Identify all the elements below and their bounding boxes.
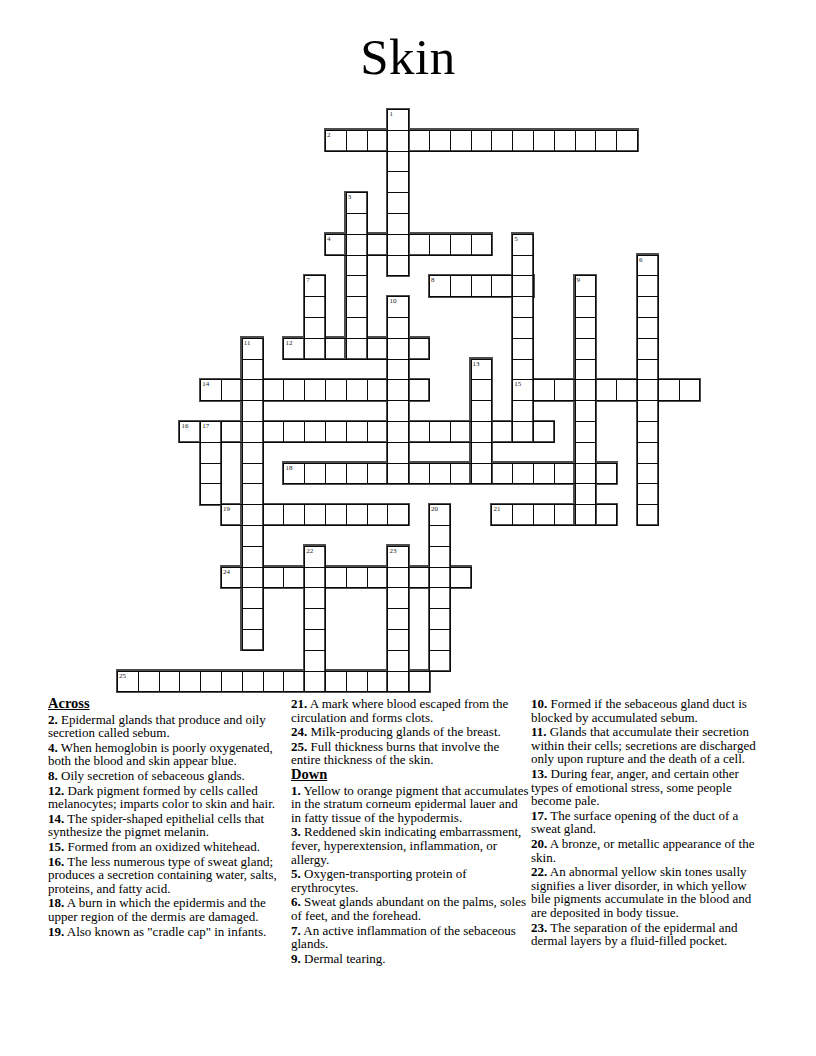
clue-down-10: 10. Formed if the sebaceous gland duct i… (531, 697, 769, 724)
grid-cell-13-26[interactable] (658, 379, 680, 401)
grid-cell-24-15[interactable] (429, 608, 451, 630)
grid-cell-13-17[interactable] (471, 379, 493, 401)
cell-number-21: 21 (493, 506, 500, 513)
grid-cell-22-15[interactable] (429, 567, 451, 589)
grid-cell-20-6[interactable] (242, 525, 264, 547)
grid-cell-19-12[interactable] (367, 504, 389, 526)
cell-number-8: 8 (431, 277, 435, 284)
clue-number: 2. (48, 712, 58, 727)
grid-cell-17-13[interactable] (387, 463, 409, 485)
grid-cell-17-22[interactable] (575, 463, 597, 485)
grid-cell-19-11[interactable] (346, 504, 368, 526)
grid-cell-7-19[interactable] (512, 255, 534, 277)
grid-cell-14-13[interactable] (387, 400, 409, 422)
grid-cell-9-19[interactable] (512, 296, 534, 318)
cell-number-3: 3 (348, 194, 352, 201)
cell-number-13: 13 (473, 361, 480, 368)
grid-cell-17-20[interactable] (533, 463, 555, 485)
grid-cell-27-12[interactable] (367, 671, 389, 693)
clue-number: 5. (291, 866, 301, 881)
grid-cell-22-16[interactable] (450, 567, 472, 589)
grid-cell-2-13[interactable] (387, 151, 409, 173)
grid-cell-15-11[interactable] (346, 421, 368, 443)
grid-cell-12-19[interactable] (512, 359, 534, 381)
grid-cell-27-2[interactable] (159, 671, 181, 693)
cell-number-10: 10 (389, 298, 396, 305)
grid-cell-17-16[interactable] (450, 463, 472, 485)
grid-cell-15-20[interactable] (533, 421, 555, 443)
grid-cell-14-25[interactable] (637, 400, 659, 422)
clue-down-20: 20. A bronze, or metallic appearance of … (531, 837, 769, 864)
cell-number-5: 5 (514, 236, 518, 243)
grid-cell-8-25[interactable] (637, 275, 659, 297)
grid-cell-16-17[interactable] (471, 442, 493, 464)
clue-across-19: 19. Also known as "cradle cap" in infant… (48, 925, 286, 939)
grid-cell-19-6[interactable] (242, 504, 264, 526)
grid-cell-7-13[interactable] (387, 255, 409, 277)
across-heading: Across (48, 697, 286, 711)
grid-cell-27-3[interactable] (179, 671, 201, 693)
grid-cell-27-6[interactable] (242, 671, 264, 693)
grid-cell-19-13[interactable] (387, 504, 409, 526)
grid-cell-15-10[interactable] (325, 421, 347, 443)
clue-column-1: Across2. Epidermal glands that produce a… (48, 697, 286, 939)
grid-cell-8-11[interactable] (346, 275, 368, 297)
cell-number-1: 1 (389, 111, 393, 118)
grid-cell-19-8[interactable] (283, 504, 305, 526)
grid-cell-17-4[interactable] (200, 463, 222, 485)
cell-number-15: 15 (514, 381, 521, 388)
cell-number-23: 23 (389, 548, 396, 555)
down-heading: Down (291, 768, 529, 782)
clue-number: 8. (48, 768, 58, 783)
grid-cell-22-7[interactable] (263, 567, 285, 589)
grid-cell-3-13[interactable] (387, 171, 409, 193)
grid-cell-14-19[interactable] (512, 400, 534, 422)
grid-cell-22-14[interactable] (408, 567, 430, 589)
grid-cell-15-12[interactable] (367, 421, 389, 443)
clue-number: 25. (291, 739, 307, 754)
grid-cell-15-14[interactable] (408, 421, 430, 443)
clue-down-22: 22. An abnormal yellow skin tones usally… (531, 865, 769, 919)
clue-across-18: 18. A burn in which the epidermis and th… (48, 896, 286, 923)
grid-cell-13-9[interactable] (304, 379, 326, 401)
clue-number: 22. (531, 864, 547, 879)
clue-number: 21. (291, 696, 307, 711)
grid-cell-23-13[interactable] (387, 587, 409, 609)
grid-cell-1-21[interactable] (554, 130, 576, 152)
grid-cell-11-25[interactable] (637, 338, 659, 360)
clue-across-15: 15. Formed from an oxidized whitehead. (48, 840, 286, 854)
grid-cell-27-13[interactable] (387, 671, 409, 693)
grid-cell-13-23[interactable] (595, 379, 617, 401)
grid-cell-10-25[interactable] (637, 317, 659, 339)
grid-cell-6-17[interactable] (471, 234, 493, 256)
clue-down-9: 9. Dermal tearing. (291, 952, 529, 966)
cell-number-16: 16 (181, 423, 188, 430)
grid-cell-27-4[interactable] (200, 671, 222, 693)
grid-cell-17-6[interactable] (242, 463, 264, 485)
cell-number-17: 17 (202, 423, 209, 430)
grid-cell-8-19[interactable] (512, 275, 534, 297)
clue-number: 19. (48, 924, 64, 939)
clue-number: 4. (48, 740, 58, 755)
grid-cell-19-22[interactable] (575, 504, 597, 526)
grid-cell-15-22[interactable] (575, 421, 597, 443)
grid-cell-6-16[interactable] (450, 234, 472, 256)
clue-across-2: 2. Epidermal glands that produce and oil… (48, 713, 286, 740)
grid-cell-11-9[interactable] (304, 338, 326, 360)
cell-number-20: 20 (431, 506, 438, 513)
grid-cell-1-17[interactable] (471, 130, 493, 152)
clue-down-13: 13. During fear, anger, and certain othe… (531, 767, 769, 808)
grid-cell-25-15[interactable] (429, 629, 451, 651)
grid-cell-6-14[interactable] (408, 234, 430, 256)
clue-number: 13. (531, 766, 547, 781)
grid-cell-25-9[interactable] (304, 629, 326, 651)
grid-cell-18-25[interactable] (637, 483, 659, 505)
grid-cell-23-6[interactable] (242, 587, 264, 609)
grid-cell-15-7[interactable] (263, 421, 285, 443)
grid-cell-15-13[interactable] (387, 421, 409, 443)
grid-cell-17-14[interactable] (408, 463, 430, 485)
grid-cell-17-21[interactable] (554, 463, 576, 485)
grid-cell-26-9[interactable] (304, 650, 326, 672)
grid-cell-22-11[interactable] (346, 567, 368, 589)
grid-cell-17-9[interactable] (304, 463, 326, 485)
cell-number-4: 4 (327, 236, 331, 243)
clue-number: 24. (291, 724, 307, 739)
grid-cell-1-16[interactable] (450, 130, 472, 152)
grid-cell-5-13[interactable] (387, 213, 409, 235)
grid-cell-9-9[interactable] (304, 296, 326, 318)
grid-cell-13-8[interactable] (283, 379, 305, 401)
cell-number-11: 11 (244, 340, 251, 347)
grid-cell-13-10[interactable] (325, 379, 347, 401)
grid-cell-17-23[interactable] (595, 463, 617, 485)
grid-cell-22-6[interactable] (242, 567, 264, 589)
grid-cell-27-11[interactable] (346, 671, 368, 693)
grid-cell-24-9[interactable] (304, 608, 326, 630)
grid-cell-11-14[interactable] (408, 338, 430, 360)
clue-down-5: 5. Oxygen-transporting protein of erythr… (291, 867, 529, 894)
grid-cell-14-22[interactable] (575, 400, 597, 422)
clue-down-1: 1. Yellow to orange pigment that accumul… (291, 784, 529, 825)
grid-cell-11-11[interactable] (346, 338, 368, 360)
grid-cell-13-6[interactable] (242, 379, 264, 401)
grid-cell-12-22[interactable] (575, 359, 597, 381)
grid-cell-11-10[interactable] (325, 338, 347, 360)
grid-cell-23-15[interactable] (429, 587, 451, 609)
grid-cell-25-6[interactable] (242, 629, 264, 651)
grid-cell-13-11[interactable] (346, 379, 368, 401)
grid-cell-11-22[interactable] (575, 338, 597, 360)
clue-down-11: 11. Glands that accumulate their secreti… (531, 725, 769, 766)
grid-cell-12-25[interactable] (637, 359, 659, 381)
grid-cell-8-18[interactable] (491, 275, 513, 297)
clue-across-21: 21. A mark where blood escaped from the … (291, 697, 529, 724)
grid-cell-16-4[interactable] (200, 442, 222, 464)
puzzle-title: Skin (0, 28, 816, 86)
grid-cell-10-11[interactable] (346, 317, 368, 339)
grid-cell-22-13[interactable] (387, 567, 409, 589)
grid-cell-1-14[interactable] (408, 130, 430, 152)
cell-number-14: 14 (202, 381, 209, 388)
grid-cell-25-13[interactable] (387, 629, 409, 651)
cell-number-9: 9 (577, 277, 581, 284)
grid-cell-5-11[interactable] (346, 213, 368, 235)
cell-number-6: 6 (639, 257, 643, 264)
grid-cell-19-25[interactable] (637, 504, 659, 526)
clue-number: 15. (48, 839, 64, 854)
grid-cell-10-22[interactable] (575, 317, 597, 339)
grid-cell-15-9[interactable] (304, 421, 326, 443)
grid-cell-13-13[interactable] (387, 379, 409, 401)
grid-cell-10-13[interactable] (387, 317, 409, 339)
grid-cell-6-13[interactable] (387, 234, 409, 256)
clue-across-12: 12. Dark pigment formed by cells called … (48, 784, 286, 811)
grid-cell-16-22[interactable] (575, 442, 597, 464)
grid-cell-15-16[interactable] (450, 421, 472, 443)
grid-cell-27-14[interactable] (408, 671, 430, 693)
grid-cell-9-22[interactable] (575, 296, 597, 318)
clue-across-4: 4. When hemoglobin is poorly oxygenated,… (48, 741, 286, 768)
grid-cell-1-23[interactable] (595, 130, 617, 152)
grid-cell-15-25[interactable] (637, 421, 659, 443)
grid-cell-19-19[interactable] (512, 504, 534, 526)
grid-cell-23-9[interactable] (304, 587, 326, 609)
grid-cell-10-19[interactable] (512, 317, 534, 339)
grid-cell-10-9[interactable] (304, 317, 326, 339)
grid-cell-18-6[interactable] (242, 483, 264, 505)
grid-cell-19-9[interactable] (304, 504, 326, 526)
grid-cell-27-1[interactable] (138, 671, 160, 693)
worksheet-page: Skin 12345678910111213141516171819202122… (0, 0, 816, 1056)
grid-cell-6-11[interactable] (346, 234, 368, 256)
cell-number-18: 18 (285, 465, 292, 472)
grid-cell-15-8[interactable] (283, 421, 305, 443)
grid-cell-13-14[interactable] (408, 379, 430, 401)
grid-cell-1-13[interactable] (387, 130, 409, 152)
clue-number: 20. (531, 836, 547, 851)
grid-cell-24-6[interactable] (242, 608, 264, 630)
clue-column-3: 10. Formed if the sebaceous gland duct i… (531, 697, 769, 949)
grid-cell-13-7[interactable] (263, 379, 285, 401)
clue-number: 23. (531, 920, 547, 935)
grid-cell-1-22[interactable] (575, 130, 597, 152)
cell-number-25: 25 (119, 673, 126, 680)
clue-down-3: 3. Reddened skin indicating embarrassmen… (291, 825, 529, 866)
clue-number: 14. (48, 811, 64, 826)
grid-cell-16-25[interactable] (637, 442, 659, 464)
grid-cell-17-11[interactable] (346, 463, 368, 485)
grid-cell-8-17[interactable] (471, 275, 493, 297)
cell-number-2: 2 (327, 132, 331, 139)
grid-cell-15-5[interactable] (221, 421, 243, 443)
grid-cell-13-12[interactable] (367, 379, 389, 401)
grid-cell-1-11[interactable] (346, 130, 368, 152)
grid-cell-13-27[interactable] (679, 379, 701, 401)
grid-cell-15-15[interactable] (429, 421, 451, 443)
grid-cell-21-15[interactable] (429, 546, 451, 568)
grid-cell-15-17[interactable] (471, 421, 493, 443)
grid-cell-16-6[interactable] (242, 442, 264, 464)
grid-cell-1-19[interactable] (512, 130, 534, 152)
grid-cell-27-10[interactable] (325, 671, 347, 693)
grid-cell-17-25[interactable] (637, 463, 659, 485)
clue-number: 3. (291, 824, 301, 839)
grid-cell-22-9[interactable] (304, 567, 326, 589)
cell-number-19: 19 (223, 506, 230, 513)
grid-cell-17-15[interactable] (429, 463, 451, 485)
grid-cell-19-20[interactable] (533, 504, 555, 526)
grid-cell-15-18[interactable] (491, 421, 513, 443)
clue-number: 12. (48, 783, 64, 798)
clue-down-6: 6. Sweat glands abundant on the palms, s… (291, 895, 529, 922)
grid-cell-17-18[interactable] (491, 463, 513, 485)
clue-across-8: 8. Oily secretion of sebaceous glands. (48, 769, 286, 783)
cell-number-22: 22 (306, 548, 313, 555)
grid-cell-9-11[interactable] (346, 296, 368, 318)
grid-cell-19-21[interactable] (554, 504, 576, 526)
grid-cell-22-8[interactable] (283, 567, 305, 589)
cell-number-7: 7 (306, 277, 310, 284)
grid-cell-17-12[interactable] (367, 463, 389, 485)
grid-cell-19-23[interactable] (595, 504, 617, 526)
grid-cell-13-24[interactable] (616, 379, 638, 401)
grid-cell-27-5[interactable] (221, 671, 243, 693)
grid-cell-13-5[interactable] (221, 379, 243, 401)
clue-number: 10. (531, 696, 547, 711)
grid-cell-20-15[interactable] (429, 525, 451, 547)
grid-cell-27-9[interactable] (304, 671, 326, 693)
clue-number: 17. (531, 808, 547, 823)
grid-cell-26-15[interactable] (429, 650, 451, 672)
grid-cell-18-4[interactable] (200, 483, 222, 505)
clue-across-24: 24. Milk-producing glands of the breast. (291, 725, 529, 739)
grid-cell-13-22[interactable] (575, 379, 597, 401)
clue-number: 9. (291, 951, 301, 966)
grid-cell-22-12[interactable] (367, 567, 389, 589)
clue-down-17: 17. The surface opening of the duct of a… (531, 809, 769, 836)
clue-down-23: 23. The separation of the epidermal and … (531, 921, 769, 948)
grid-cell-19-7[interactable] (263, 504, 285, 526)
grid-cell-13-21[interactable] (554, 379, 576, 401)
grid-cell-1-20[interactable] (533, 130, 555, 152)
grid-cell-4-13[interactable] (387, 192, 409, 214)
grid-cell-14-17[interactable] (471, 400, 493, 422)
grid-cell-19-10[interactable] (325, 504, 347, 526)
grid-cell-1-24[interactable] (616, 130, 638, 152)
clue-number: 16. (48, 854, 64, 869)
grid-cell-6-15[interactable] (429, 234, 451, 256)
grid-cell-27-7[interactable] (263, 671, 285, 693)
clue-across-14: 14. The spider-shaped epithelial cells t… (48, 812, 286, 839)
grid-cell-17-10[interactable] (325, 463, 347, 485)
grid-cell-15-6[interactable] (242, 421, 264, 443)
clue-number: 18. (48, 895, 64, 910)
clue-down-7: 7. An active inflammation of the sebaceo… (291, 924, 529, 951)
clue-across-25: 25. Full thickness burns that involve th… (291, 740, 529, 767)
grid-cell-8-16[interactable] (450, 275, 472, 297)
cell-number-12: 12 (285, 340, 292, 347)
grid-cell-14-6[interactable] (242, 400, 264, 422)
clue-across-16: 16. The less numerous type of sweat glan… (48, 855, 286, 896)
grid-cell-17-17[interactable] (471, 463, 493, 485)
grid-cell-11-19[interactable] (512, 338, 534, 360)
grid-cell-24-13[interactable] (387, 608, 409, 630)
cell-number-24: 24 (223, 569, 230, 576)
grid-cell-13-20[interactable] (533, 379, 555, 401)
grid-cell-21-6[interactable] (242, 546, 264, 568)
clue-number: 1. (291, 783, 301, 798)
grid-cell-16-13[interactable] (387, 442, 409, 464)
grid-cell-1-12[interactable] (367, 130, 389, 152)
grid-cell-27-8[interactable] (283, 671, 305, 693)
grid-cell-13-25[interactable] (637, 379, 659, 401)
clue-column-2: 21. A mark where blood escaped from the … (291, 697, 529, 966)
grid-cell-7-11[interactable] (346, 255, 368, 277)
grid-cell-15-19[interactable] (512, 421, 534, 443)
clue-number: 7. (291, 923, 301, 938)
grid-cell-1-15[interactable] (429, 130, 451, 152)
grid-cell-17-19[interactable] (512, 463, 534, 485)
grid-cell-9-25[interactable] (637, 296, 659, 318)
grid-cell-12-6[interactable] (242, 359, 264, 381)
grid-cell-11-13[interactable] (387, 338, 409, 360)
grid-cell-26-13[interactable] (387, 650, 409, 672)
grid-cell-22-10[interactable] (325, 567, 347, 589)
grid-cell-11-12[interactable] (367, 338, 389, 360)
grid-cell-18-22[interactable] (575, 483, 597, 505)
clue-number: 6. (291, 894, 301, 909)
clue-number: 11. (531, 724, 547, 739)
grid-cell-12-13[interactable] (387, 359, 409, 381)
grid-cell-1-18[interactable] (491, 130, 513, 152)
grid-cell-6-12[interactable] (367, 234, 389, 256)
